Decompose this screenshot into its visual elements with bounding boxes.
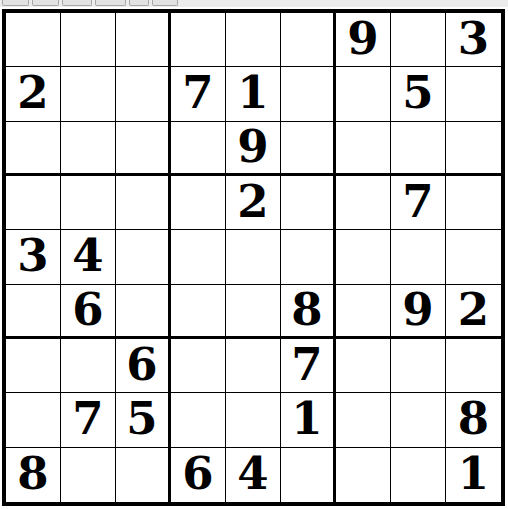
cell-r3c3[interactable] [116, 122, 171, 176]
app-window: 9327159273468926775188641 [0, 0, 508, 509]
cell-r9c7[interactable] [336, 448, 391, 502]
cell-r3c9[interactable] [446, 122, 501, 176]
cell-r4c5[interactable]: 2 [226, 176, 281, 230]
cell-r3c5[interactable]: 9 [226, 122, 281, 176]
cell-r1c3[interactable] [116, 13, 171, 67]
cell-r6c7[interactable] [336, 285, 391, 339]
cell-r7c3[interactable]: 6 [116, 339, 171, 393]
toolbar-button-sliver[interactable] [129, 0, 149, 6]
cell-r2c3[interactable] [116, 67, 171, 121]
cell-r6c4[interactable] [171, 285, 226, 339]
cell-r4c1[interactable] [6, 176, 61, 230]
cell-r6c1[interactable] [6, 285, 61, 339]
cell-r7c6[interactable]: 7 [281, 339, 336, 393]
cell-r1c6[interactable] [281, 13, 336, 67]
cell-r8c2[interactable]: 7 [61, 393, 116, 447]
cell-r9c2[interactable] [61, 448, 116, 502]
cell-r2c6[interactable] [281, 67, 336, 121]
sudoku-grid: 9327159273468926775188641 [2, 9, 505, 506]
cell-r5c5[interactable] [226, 230, 281, 284]
toolbar-button-sliver[interactable] [32, 0, 59, 6]
cell-r7c8[interactable] [391, 339, 446, 393]
cell-r6c3[interactable] [116, 285, 171, 339]
cell-r5c9[interactable] [446, 230, 501, 284]
cell-r3c1[interactable] [6, 122, 61, 176]
cell-r6c2[interactable]: 6 [61, 285, 116, 339]
cell-r1c8[interactable] [391, 13, 446, 67]
cell-r7c2[interactable] [61, 339, 116, 393]
toolbar-button-sliver[interactable] [62, 0, 92, 6]
cell-r2c2[interactable] [61, 67, 116, 121]
cell-r4c2[interactable] [61, 176, 116, 230]
toolbar-button-sliver[interactable] [95, 0, 126, 6]
toolbar-button-sliver[interactable] [152, 0, 178, 6]
cell-r6c9[interactable]: 2 [446, 285, 501, 339]
toolbar-button-sliver[interactable] [2, 0, 29, 6]
cell-r2c4[interactable]: 7 [171, 67, 226, 121]
cell-r8c4[interactable] [171, 393, 226, 447]
cell-r3c6[interactable] [281, 122, 336, 176]
cell-r7c9[interactable] [446, 339, 501, 393]
cell-r1c5[interactable] [226, 13, 281, 67]
cell-r9c1[interactable]: 8 [6, 448, 61, 502]
cell-r1c9[interactable]: 3 [446, 13, 501, 67]
cell-r8c6[interactable]: 1 [281, 393, 336, 447]
cell-r8c7[interactable] [336, 393, 391, 447]
cell-r5c1[interactable]: 3 [6, 230, 61, 284]
cell-r3c8[interactable] [391, 122, 446, 176]
cell-r6c6[interactable]: 8 [281, 285, 336, 339]
cell-r5c4[interactable] [171, 230, 226, 284]
cell-r5c8[interactable] [391, 230, 446, 284]
cell-r5c2[interactable]: 4 [61, 230, 116, 284]
toolbar-strip-clipped [0, 0, 508, 7]
cell-r2c9[interactable] [446, 67, 501, 121]
cell-r2c8[interactable]: 5 [391, 67, 446, 121]
cell-r1c4[interactable] [171, 13, 226, 67]
cell-r9c9[interactable]: 1 [446, 448, 501, 502]
cell-r6c5[interactable] [226, 285, 281, 339]
cell-r9c6[interactable] [281, 448, 336, 502]
cell-r2c7[interactable] [336, 67, 391, 121]
cell-r8c8[interactable] [391, 393, 446, 447]
cell-r1c2[interactable] [61, 13, 116, 67]
cell-r7c1[interactable] [6, 339, 61, 393]
cell-r4c4[interactable] [171, 176, 226, 230]
cell-r8c1[interactable] [6, 393, 61, 447]
cell-r4c7[interactable] [336, 176, 391, 230]
cell-r3c7[interactable] [336, 122, 391, 176]
cell-r2c5[interactable]: 1 [226, 67, 281, 121]
cell-r9c8[interactable] [391, 448, 446, 502]
cell-r6c8[interactable]: 9 [391, 285, 446, 339]
cell-r9c5[interactable]: 4 [226, 448, 281, 502]
cell-r4c9[interactable] [446, 176, 501, 230]
cell-r4c3[interactable] [116, 176, 171, 230]
cell-r5c6[interactable] [281, 230, 336, 284]
cell-r3c4[interactable] [171, 122, 226, 176]
cell-r8c9[interactable]: 8 [446, 393, 501, 447]
cell-r9c3[interactable] [116, 448, 171, 502]
cell-r8c5[interactable] [226, 393, 281, 447]
cell-r7c4[interactable] [171, 339, 226, 393]
cell-r8c3[interactable]: 5 [116, 393, 171, 447]
cell-r7c7[interactable] [336, 339, 391, 393]
cell-r4c8[interactable]: 7 [391, 176, 446, 230]
cell-r2c1[interactable]: 2 [6, 67, 61, 121]
cell-r5c7[interactable] [336, 230, 391, 284]
cell-r3c2[interactable] [61, 122, 116, 176]
cell-r1c1[interactable] [6, 13, 61, 67]
cell-r5c3[interactable] [116, 230, 171, 284]
cell-r4c6[interactable] [281, 176, 336, 230]
cell-r9c4[interactable]: 6 [171, 448, 226, 502]
cell-r7c5[interactable] [226, 339, 281, 393]
cell-r1c7[interactable]: 9 [336, 13, 391, 67]
